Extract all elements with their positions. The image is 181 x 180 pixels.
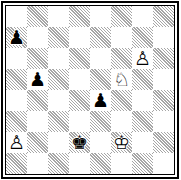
- square-c6[interactable]: [48, 48, 69, 69]
- square-e6[interactable]: [90, 48, 111, 69]
- square-a1[interactable]: [6, 153, 27, 174]
- square-e3[interactable]: [90, 111, 111, 132]
- square-c4[interactable]: [48, 90, 69, 111]
- black-pawn-glyph: ♟: [27, 69, 48, 90]
- chess-board: ♟♟♟♙♟♟♞♘♟♟♟♙♚♚♚♔: [5, 5, 175, 175]
- square-a8[interactable]: [6, 6, 27, 27]
- board-frame: ♟♟♟♙♟♟♞♘♟♟♟♙♚♚♚♔: [1, 1, 179, 179]
- square-a4[interactable]: [6, 90, 27, 111]
- square-g4[interactable]: [132, 90, 153, 111]
- square-b5[interactable]: ♟♟: [27, 69, 48, 90]
- square-h3[interactable]: [153, 111, 174, 132]
- square-f6[interactable]: [111, 48, 132, 69]
- square-c1[interactable]: [48, 153, 69, 174]
- square-a2[interactable]: ♟♙: [6, 132, 27, 153]
- square-h1[interactable]: [153, 153, 174, 174]
- square-b4[interactable]: [27, 90, 48, 111]
- square-h8[interactable]: [153, 6, 174, 27]
- square-f5[interactable]: ♞♘: [111, 69, 132, 90]
- black-pawn[interactable]: ♟♟: [27, 69, 48, 90]
- square-e7[interactable]: [90, 27, 111, 48]
- square-d6[interactable]: [69, 48, 90, 69]
- square-d4[interactable]: [69, 90, 90, 111]
- square-f4[interactable]: [111, 90, 132, 111]
- square-g8[interactable]: [132, 6, 153, 27]
- square-b8[interactable]: [27, 6, 48, 27]
- white-king-glyph: ♔: [111, 132, 132, 153]
- square-c3[interactable]: [48, 111, 69, 132]
- square-b2[interactable]: [27, 132, 48, 153]
- black-pawn-glyph: ♟: [6, 27, 27, 48]
- white-knight-glyph: ♘: [111, 69, 132, 90]
- black-pawn-glyph: ♟: [90, 90, 111, 111]
- square-a5[interactable]: [6, 69, 27, 90]
- square-d2[interactable]: ♚♚: [69, 132, 90, 153]
- square-f7[interactable]: [111, 27, 132, 48]
- black-pawn[interactable]: ♟♟: [90, 90, 111, 111]
- square-f3[interactable]: [111, 111, 132, 132]
- square-h4[interactable]: [153, 90, 174, 111]
- square-e1[interactable]: [90, 153, 111, 174]
- square-d8[interactable]: [69, 6, 90, 27]
- square-d3[interactable]: [69, 111, 90, 132]
- square-g5[interactable]: [132, 69, 153, 90]
- white-pawn[interactable]: ♟♙: [6, 132, 27, 153]
- square-f1[interactable]: [111, 153, 132, 174]
- white-pawn-glyph: ♙: [6, 132, 27, 153]
- square-a7[interactable]: ♟♟: [6, 27, 27, 48]
- square-h5[interactable]: [153, 69, 174, 90]
- square-g1[interactable]: [132, 153, 153, 174]
- square-e4[interactable]: ♟♟: [90, 90, 111, 111]
- white-pawn[interactable]: ♟♙: [132, 48, 153, 69]
- white-knight[interactable]: ♞♘: [111, 69, 132, 90]
- square-h7[interactable]: [153, 27, 174, 48]
- square-g2[interactable]: [132, 132, 153, 153]
- square-g7[interactable]: [132, 27, 153, 48]
- square-d1[interactable]: [69, 153, 90, 174]
- square-e2[interactable]: [90, 132, 111, 153]
- square-c7[interactable]: [48, 27, 69, 48]
- chess-diagram: ♟♟♟♙♟♟♞♘♟♟♟♙♚♚♚♔: [0, 0, 181, 180]
- white-king[interactable]: ♚♔: [111, 132, 132, 153]
- square-c8[interactable]: [48, 6, 69, 27]
- square-c5[interactable]: [48, 69, 69, 90]
- square-c2[interactable]: [48, 132, 69, 153]
- square-g6[interactable]: ♟♙: [132, 48, 153, 69]
- square-d7[interactable]: [69, 27, 90, 48]
- square-g3[interactable]: [132, 111, 153, 132]
- square-a6[interactable]: [6, 48, 27, 69]
- square-h6[interactable]: [153, 48, 174, 69]
- square-b7[interactable]: [27, 27, 48, 48]
- square-f8[interactable]: [111, 6, 132, 27]
- black-king[interactable]: ♚♚: [69, 132, 90, 153]
- black-king-glyph: ♚: [69, 132, 90, 153]
- square-e8[interactable]: [90, 6, 111, 27]
- square-a3[interactable]: [6, 111, 27, 132]
- square-d5[interactable]: [69, 69, 90, 90]
- white-pawn-glyph: ♙: [132, 48, 153, 69]
- square-b6[interactable]: [27, 48, 48, 69]
- black-pawn[interactable]: ♟♟: [6, 27, 27, 48]
- square-e5[interactable]: [90, 69, 111, 90]
- square-f2[interactable]: ♚♔: [111, 132, 132, 153]
- square-h2[interactable]: [153, 132, 174, 153]
- square-b1[interactable]: [27, 153, 48, 174]
- square-b3[interactable]: [27, 111, 48, 132]
